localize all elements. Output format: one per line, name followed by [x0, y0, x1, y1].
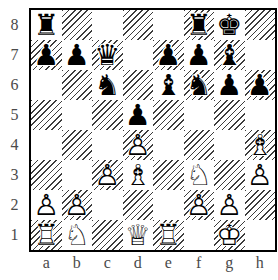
piece-outline-layer: ♘: [184, 160, 215, 190]
file-label-h: h: [245, 253, 276, 273]
piece-outline-layer: ♖: [153, 220, 184, 250]
square-f5[interactable]: [184, 100, 215, 130]
square-g6[interactable]: ♟: [214, 70, 245, 100]
square-d1[interactable]: ♛♕: [123, 220, 154, 250]
white-queen-d1[interactable]: ♛♕: [123, 220, 154, 250]
file-label-a: a: [31, 253, 62, 273]
square-e1[interactable]: ♜♖: [153, 220, 184, 250]
chess-board: ♜♜♚♟♟♛♟♟♝♞♝♞♟♟♟♟♙♝♗♟♙♝♗♞♘♟♙♟♙♟♙♟♙♟♙♜♖♞♘♛…: [29, 8, 277, 252]
white-bishop-d3[interactable]: ♝♗: [123, 160, 154, 190]
square-c3[interactable]: ♟♙: [92, 160, 123, 190]
square-h7[interactable]: [245, 40, 276, 70]
square-e4[interactable]: [153, 130, 184, 160]
white-king-g1[interactable]: ♚♔: [214, 220, 245, 250]
white-pawn-a2[interactable]: ♟♙: [31, 190, 62, 220]
square-g7[interactable]: ♝: [214, 40, 245, 70]
square-d5[interactable]: ♟: [123, 100, 154, 130]
square-b4[interactable]: [62, 130, 93, 160]
square-a4[interactable]: [31, 130, 62, 160]
square-f8[interactable]: ♜: [184, 10, 215, 40]
square-g4[interactable]: [214, 130, 245, 160]
square-h1[interactable]: [245, 220, 276, 250]
square-g3[interactable]: [214, 160, 245, 190]
black-rook-f8[interactable]: ♜: [184, 10, 215, 40]
square-b6[interactable]: [62, 70, 93, 100]
file-label-b: b: [62, 253, 93, 273]
square-e7[interactable]: ♟: [153, 40, 184, 70]
file-label-c: c: [92, 253, 123, 273]
rank-label-4: 4: [0, 130, 29, 160]
square-f6[interactable]: ♞: [184, 70, 215, 100]
rank-label-7: 7: [0, 40, 29, 70]
square-c4[interactable]: [92, 130, 123, 160]
black-king-g8[interactable]: ♚: [214, 10, 245, 40]
square-g8[interactable]: ♚: [214, 10, 245, 40]
file-label-g: g: [214, 253, 245, 273]
piece-outline-layer: ♗: [245, 130, 276, 160]
square-f3[interactable]: ♞♘: [184, 160, 215, 190]
piece-outline-layer: ♘: [62, 220, 93, 250]
square-a8[interactable]: ♜: [31, 10, 62, 40]
square-h5[interactable]: [245, 100, 276, 130]
square-h3[interactable]: ♟♙: [245, 160, 276, 190]
square-e2[interactable]: [153, 190, 184, 220]
square-b8[interactable]: [62, 10, 93, 40]
square-h4[interactable]: ♝♗: [245, 130, 276, 160]
square-f4[interactable]: [184, 130, 215, 160]
square-e5[interactable]: [153, 100, 184, 130]
square-d7[interactable]: [123, 40, 154, 70]
piece-outline-layer: ♕: [123, 220, 154, 250]
piece-outline-layer: ♔: [214, 220, 245, 250]
square-c8[interactable]: [92, 10, 123, 40]
white-pawn-c3[interactable]: ♟♙: [92, 160, 123, 190]
piece-outline-layer: ♙: [31, 190, 62, 220]
square-d4[interactable]: ♟♙: [123, 130, 154, 160]
piece-outline-layer: ♙: [245, 160, 276, 190]
square-a6[interactable]: [31, 70, 62, 100]
black-pawn-b7[interactable]: ♟: [62, 40, 93, 70]
rank-label-2: 2: [0, 190, 29, 220]
square-b7[interactable]: ♟: [62, 40, 93, 70]
square-g5[interactable]: [214, 100, 245, 130]
file-labels: abcdefgh: [31, 253, 275, 273]
square-a1[interactable]: ♜♖: [31, 220, 62, 250]
square-d2[interactable]: [123, 190, 154, 220]
file-label-e: e: [153, 253, 184, 273]
black-rook-a8[interactable]: ♜: [31, 10, 62, 40]
black-pawn-e7[interactable]: ♟: [153, 40, 184, 70]
piece-outline-layer: ♗: [123, 160, 154, 190]
square-h8[interactable]: [245, 10, 276, 40]
white-pawn-b2[interactable]: ♟♙: [62, 190, 93, 220]
square-g1[interactable]: ♚♔: [214, 220, 245, 250]
rank-label-8: 8: [0, 10, 29, 40]
square-c5[interactable]: [92, 100, 123, 130]
piece-outline-layer: ♖: [31, 220, 62, 250]
square-c2[interactable]: [92, 190, 123, 220]
square-a3[interactable]: [31, 160, 62, 190]
white-rook-e1[interactable]: ♜♖: [153, 220, 184, 250]
white-pawn-d4[interactable]: ♟♙: [123, 130, 154, 160]
white-knight-f3[interactable]: ♞♘: [184, 160, 215, 190]
black-pawn-a7[interactable]: ♟: [31, 40, 62, 70]
black-knight-c6[interactable]: ♞: [92, 70, 123, 100]
square-e8[interactable]: [153, 10, 184, 40]
square-d6[interactable]: [123, 70, 154, 100]
square-f7[interactable]: ♟: [184, 40, 215, 70]
file-label-d: d: [123, 253, 154, 273]
rank-label-1: 1: [0, 220, 29, 250]
square-c1[interactable]: [92, 220, 123, 250]
piece-outline-layer: ♙: [214, 190, 245, 220]
square-d3[interactable]: ♝♗: [123, 160, 154, 190]
square-f2[interactable]: ♟♙: [184, 190, 215, 220]
black-knight-f6[interactable]: ♞: [184, 70, 215, 100]
white-bishop-h4[interactable]: ♝♗: [245, 130, 276, 160]
piece-outline-layer: ♙: [92, 160, 123, 190]
white-pawn-h3[interactable]: ♟♙: [245, 160, 276, 190]
black-pawn-h6[interactable]: ♟: [245, 70, 276, 100]
square-e6[interactable]: ♝: [153, 70, 184, 100]
chess-board-diagram: 87654321 ♜♜♚♟♟♛♟♟♝♞♝♞♟♟♟♟♙♝♗♟♙♝♗♞♘♟♙♟♙♟♙…: [0, 0, 278, 280]
black-bishop-g7[interactable]: ♝: [214, 40, 245, 70]
square-h6[interactable]: ♟: [245, 70, 276, 100]
square-c7[interactable]: ♛: [92, 40, 123, 70]
square-a5[interactable]: [31, 100, 62, 130]
square-b3[interactable]: [62, 160, 93, 190]
square-h2[interactable]: [245, 190, 276, 220]
file-label-f: f: [184, 253, 215, 273]
rank-label-6: 6: [0, 70, 29, 100]
white-pawn-f2[interactable]: ♟♙: [184, 190, 215, 220]
square-a7[interactable]: ♟: [31, 40, 62, 70]
rank-label-3: 3: [0, 160, 29, 190]
square-d8[interactable]: [123, 10, 154, 40]
piece-outline-layer: ♙: [62, 190, 93, 220]
square-a2[interactable]: ♟♙: [31, 190, 62, 220]
black-pawn-g6[interactable]: ♟: [214, 70, 245, 100]
white-pawn-g2[interactable]: ♟♙: [214, 190, 245, 220]
black-pawn-d5[interactable]: ♟: [123, 100, 154, 130]
square-c6[interactable]: ♞: [92, 70, 123, 100]
rank-label-5: 5: [0, 100, 29, 130]
white-rook-a1[interactable]: ♜♖: [31, 220, 62, 250]
square-e3[interactable]: [153, 160, 184, 190]
rank-labels: 87654321: [0, 10, 29, 250]
square-b2[interactable]: ♟♙: [62, 190, 93, 220]
white-knight-b1[interactable]: ♞♘: [62, 220, 93, 250]
piece-outline-layer: ♙: [123, 130, 154, 160]
square-b1[interactable]: ♞♘: [62, 220, 93, 250]
square-g2[interactable]: ♟♙: [214, 190, 245, 220]
square-b5[interactable]: [62, 100, 93, 130]
piece-outline-layer: ♙: [184, 190, 215, 220]
black-queen-c7[interactable]: ♛: [92, 40, 123, 70]
black-pawn-f7[interactable]: ♟: [184, 40, 215, 70]
square-f1[interactable]: [184, 220, 215, 250]
black-bishop-e6[interactable]: ♝: [153, 70, 184, 100]
